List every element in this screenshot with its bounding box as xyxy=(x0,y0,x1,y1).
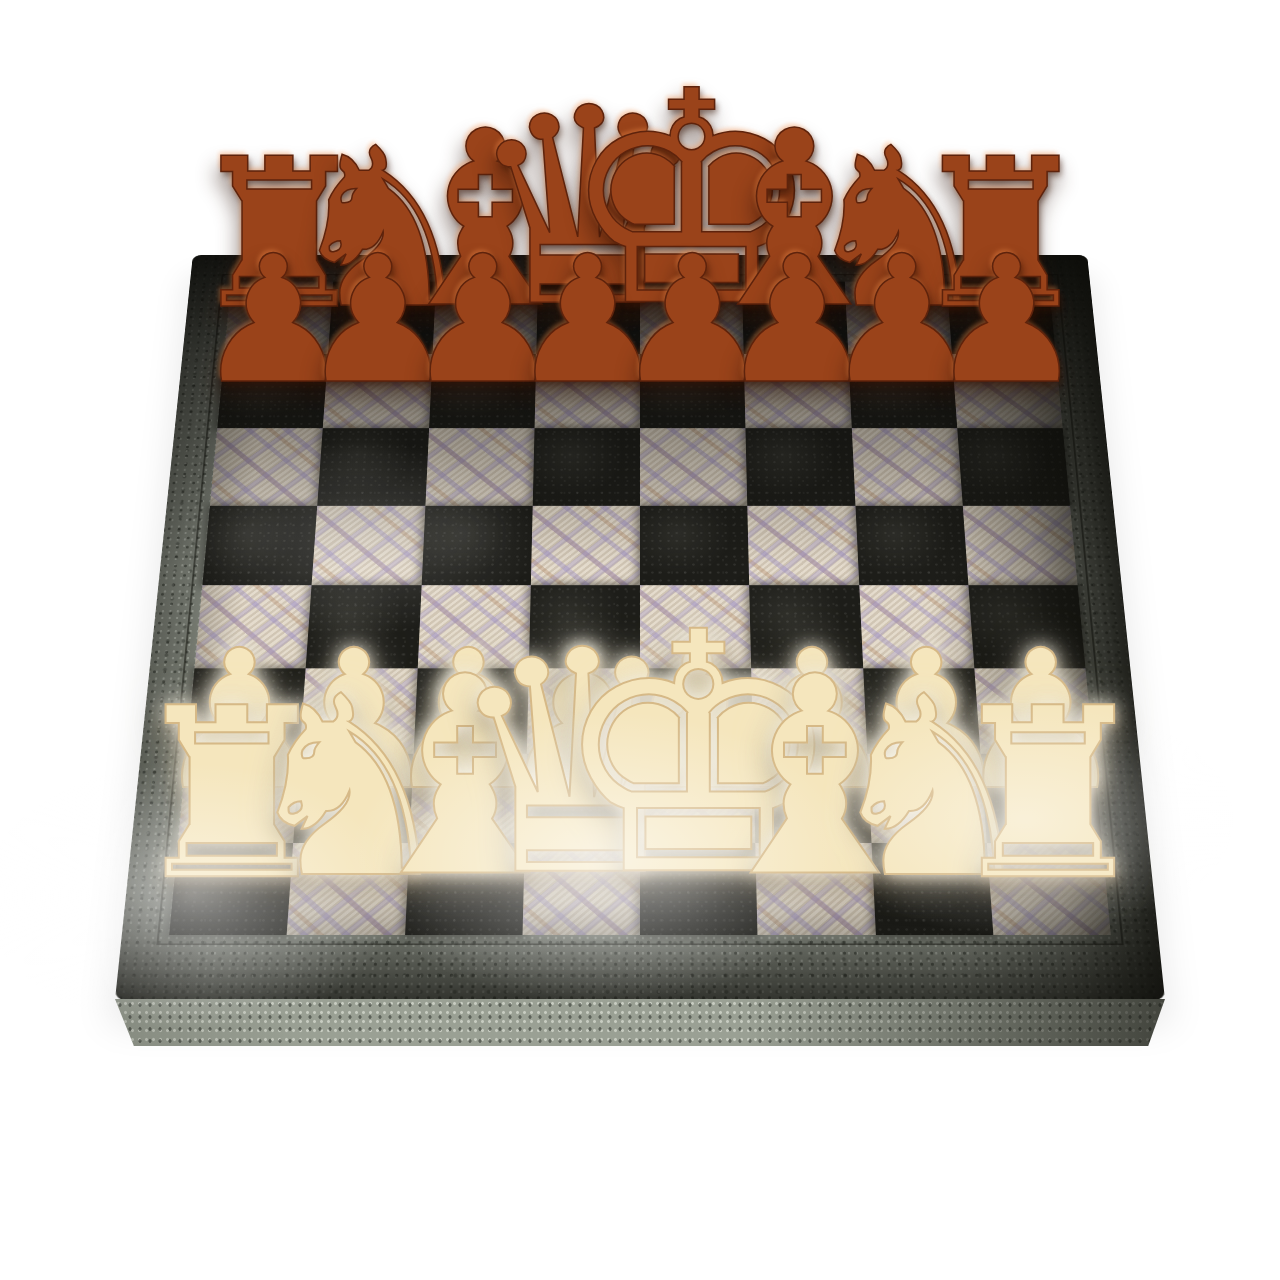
square-b6[interactable] xyxy=(317,428,428,505)
square-c6[interactable] xyxy=(425,428,534,505)
pieces-layer: ♜♞♝♛♚♝♞♜♟♟♟♟♟♟♟♟♟♟♟♟♟♟♟♟♜♞♝♛♚♝♞♜ xyxy=(0,0,1280,1280)
square-d6[interactable] xyxy=(532,428,640,505)
square-b5[interactable] xyxy=(312,505,425,585)
square-h6[interactable] xyxy=(957,428,1070,505)
piece-white-rook-h1[interactable]: ♜ xyxy=(943,677,1154,912)
square-e6[interactable] xyxy=(640,428,748,505)
square-h5[interactable] xyxy=(963,505,1078,585)
piece-black-pawn-h7[interactable]: ♟ xyxy=(928,232,1086,408)
square-g5[interactable] xyxy=(855,505,968,585)
square-f6[interactable] xyxy=(746,428,855,505)
square-a5[interactable] xyxy=(202,505,317,585)
square-g6[interactable] xyxy=(851,428,962,505)
board-side-edge xyxy=(115,999,1165,1046)
square-a6[interactable] xyxy=(210,428,323,505)
square-c5[interactable] xyxy=(421,505,532,585)
